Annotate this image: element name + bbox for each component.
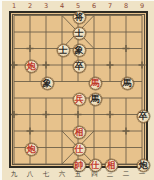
file-label-bottom-6: 四 — [91, 170, 98, 179]
piece-black-advisor-f5r2[interactable]: 士 — [73, 27, 86, 40]
piece-red-cannon-f2r4[interactable]: 炮 — [25, 60, 38, 73]
file-label-bottom-7: 三 — [107, 170, 114, 179]
file-label-bottom-2: 八 — [27, 170, 34, 179]
piece-black-elephant-f5r3[interactable]: 象 — [73, 44, 86, 57]
file-label-bottom-1: 九 — [11, 170, 18, 179]
xiangqi-board[interactable]: 将士士象卒炮象馬馬兵馬卒相炮仕帥仕相炮 — [9, 11, 148, 168]
piece-layer[interactable]: 将士士象卒炮象馬馬兵馬卒相炮仕帥仕相炮 — [7, 9, 151, 174]
bottom-coordinate-labels: 九八七六五四三二一 — [2, 170, 154, 179]
piece-red-elephant-f5r8[interactable]: 相 — [73, 126, 86, 139]
file-label-bottom-9: 一 — [139, 170, 146, 179]
piece-black-advisor-f4r3[interactable]: 士 — [57, 44, 70, 57]
piece-black-soldier-f9r7[interactable]: 卒 — [137, 110, 150, 123]
piece-red-advisor-f5r9[interactable]: 仕 — [73, 143, 86, 156]
piece-red-horse-f6r5[interactable]: 馬 — [89, 77, 102, 90]
piece-black-elephant-f3r5[interactable]: 象 — [41, 77, 54, 90]
piece-red-soldier-f5r6[interactable]: 兵 — [73, 93, 86, 106]
piece-black-soldier-f5r4[interactable]: 卒 — [73, 60, 86, 73]
piece-black-horse-f6r6[interactable]: 馬 — [89, 93, 102, 106]
file-label-bottom-8: 二 — [123, 170, 130, 179]
xiangqi-app: 123456789 将士士象卒 — [0, 0, 154, 180]
piece-black-general-f5r1[interactable]: 将 — [73, 11, 86, 24]
piece-red-cannon-f2r9[interactable]: 炮 — [25, 143, 38, 156]
piece-black-horse-f8r5[interactable]: 馬 — [121, 77, 134, 90]
file-label-bottom-5: 五 — [75, 170, 82, 179]
file-label-bottom-3: 七 — [43, 170, 50, 179]
file-label-bottom-4: 六 — [59, 170, 66, 179]
